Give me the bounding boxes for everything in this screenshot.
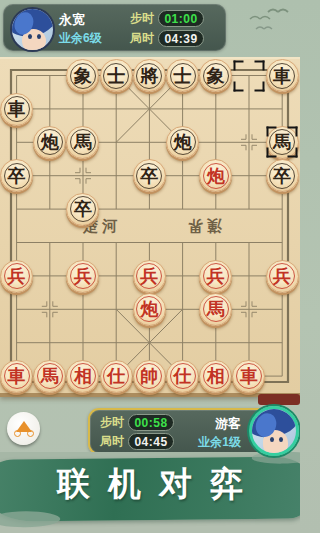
- black-piece[interactable]: 象: [199, 59, 232, 92]
- point-a9[interactable]: 車: [0, 92, 33, 125]
- point-b2[interactable]: [33, 326, 66, 359]
- top-player-panel: 永宽 业余6级 步时 01:00 局时 04:39: [3, 4, 226, 51]
- point-a4[interactable]: 兵: [0, 259, 33, 292]
- point-c2[interactable]: [66, 326, 99, 359]
- point-c5[interactable]: [66, 226, 99, 259]
- point-g7[interactable]: 炮: [199, 159, 232, 192]
- point-h7[interactable]: [232, 159, 265, 192]
- point-g9[interactable]: [199, 92, 232, 125]
- point-h1[interactable]: 車: [232, 360, 265, 393]
- point-b4[interactable]: [33, 259, 66, 292]
- point-d9[interactable]: [100, 92, 133, 125]
- red-piece[interactable]: 兵: [199, 260, 232, 293]
- black-piece[interactable]: 象: [66, 59, 99, 92]
- red-piece[interactable]: 兵: [133, 260, 166, 293]
- red-piece[interactable]: 車: [232, 360, 265, 393]
- black-piece[interactable]: 炮: [33, 126, 66, 159]
- point-c8[interactable]: 馬: [66, 126, 99, 159]
- red-piece[interactable]: 兵: [266, 260, 299, 293]
- point-f6[interactable]: [166, 193, 199, 226]
- xiangqi-board: 楚河漢界 象士將士象車車炮馬炮馬卒卒炮卒卒兵兵兵兵兵炮馬車馬相仕帥仕相車: [0, 57, 300, 393]
- point-h9[interactable]: [232, 92, 265, 125]
- red-piece[interactable]: 馬: [199, 293, 232, 326]
- top-game-time-label: 局时: [130, 30, 154, 47]
- point-h10[interactable]: [232, 59, 265, 92]
- point-c6[interactable]: 卒: [66, 193, 99, 226]
- avatar-eye: [279, 437, 283, 442]
- point-c9[interactable]: [66, 92, 99, 125]
- bottom-player-rank: 业余1级: [198, 434, 241, 451]
- point-f9[interactable]: [166, 92, 199, 125]
- point-b7[interactable]: [33, 159, 66, 192]
- red-piece[interactable]: 仕: [166, 360, 199, 393]
- avatar-eye: [270, 437, 274, 442]
- point-h3[interactable]: [232, 293, 265, 326]
- point-c1[interactable]: 相: [66, 360, 99, 393]
- black-piece[interactable]: 車: [266, 59, 299, 92]
- point-d3[interactable]: [100, 293, 133, 326]
- point-a10[interactable]: [0, 59, 33, 92]
- point-h8[interactable]: [232, 126, 265, 159]
- point-g4[interactable]: 兵: [199, 259, 232, 292]
- red-piece[interactable]: 兵: [0, 260, 33, 293]
- point-c7[interactable]: [66, 159, 99, 192]
- point-b5[interactable]: [33, 226, 66, 259]
- black-piece[interactable]: 馬: [266, 126, 299, 159]
- point-d1[interactable]: 仕: [100, 360, 133, 393]
- point-f5[interactable]: [166, 226, 199, 259]
- bottom-player-name: 游客: [215, 415, 241, 433]
- bottom-game-time: 04:45: [128, 433, 174, 450]
- point-e9[interactable]: [133, 92, 166, 125]
- point-g3[interactable]: 馬: [199, 293, 232, 326]
- point-g1[interactable]: 相: [199, 360, 232, 393]
- black-piece[interactable]: 卒: [0, 159, 33, 192]
- birds-icon: [222, 4, 296, 36]
- point-i2[interactable]: [266, 326, 299, 359]
- point-d10[interactable]: 士: [100, 59, 133, 92]
- top-game-time: 04:39: [158, 30, 204, 47]
- point-e10[interactable]: 將: [133, 59, 166, 92]
- point-i7[interactable]: 卒: [266, 159, 299, 192]
- point-e2[interactable]: [133, 326, 166, 359]
- red-piece[interactable]: 兵: [66, 260, 99, 293]
- point-i5[interactable]: [266, 226, 299, 259]
- top-player-rank: 业余6级: [59, 30, 102, 47]
- point-b1[interactable]: 馬: [33, 360, 66, 393]
- avatar-ribbon: [258, 394, 300, 405]
- point-e6[interactable]: [133, 193, 166, 226]
- point-a1[interactable]: 車: [0, 360, 33, 393]
- point-a6[interactable]: [0, 193, 33, 226]
- board-grid: 象士將士象車車炮馬炮馬卒卒炮卒卒兵兵兵兵兵炮馬車馬相仕帥仕相車: [0, 59, 300, 393]
- black-piece[interactable]: 將: [133, 59, 166, 92]
- point-d2[interactable]: [100, 326, 133, 359]
- bottom-move-time: 00:58: [128, 414, 174, 431]
- top-move-time: 01:00: [158, 10, 204, 27]
- point-e1[interactable]: 帥: [133, 360, 166, 393]
- banner-title: 联机对弈: [0, 462, 300, 507]
- point-d8[interactable]: [100, 126, 133, 159]
- black-piece[interactable]: 士: [100, 59, 133, 92]
- black-piece[interactable]: 士: [166, 59, 199, 92]
- point-f10[interactable]: 士: [166, 59, 199, 92]
- bottom-move-time-label: 步时: [100, 414, 124, 431]
- menu-button[interactable]: [7, 412, 40, 445]
- point-i1[interactable]: [266, 360, 299, 393]
- point-i10[interactable]: 車: [266, 59, 299, 92]
- point-g6[interactable]: [199, 193, 232, 226]
- point-c10[interactable]: 象: [66, 59, 99, 92]
- point-d4[interactable]: [100, 259, 133, 292]
- move-from-marker: [233, 60, 264, 91]
- point-f8[interactable]: 炮: [166, 126, 199, 159]
- point-f4[interactable]: [166, 259, 199, 292]
- point-f7[interactable]: [166, 159, 199, 192]
- point-b9[interactable]: [33, 92, 66, 125]
- point-c3[interactable]: [66, 293, 99, 326]
- point-a3[interactable]: [0, 293, 33, 326]
- point-g10[interactable]: 象: [199, 59, 232, 92]
- point-e7[interactable]: 卒: [133, 159, 166, 192]
- red-piece[interactable]: 車: [0, 360, 33, 393]
- red-piece[interactable]: 炮: [133, 293, 166, 326]
- bottom-player-panel: 步时 00:58 局时 04:45 游客 业余1级: [88, 408, 269, 455]
- point-h4[interactable]: [232, 259, 265, 292]
- red-piece[interactable]: 炮: [199, 159, 232, 192]
- point-a7[interactable]: 卒: [0, 159, 33, 192]
- red-piece[interactable]: 馬: [33, 360, 66, 393]
- black-piece[interactable]: 卒: [66, 193, 99, 226]
- point-i3[interactable]: [266, 293, 299, 326]
- point-i8[interactable]: 馬: [266, 126, 299, 159]
- point-e5[interactable]: [133, 226, 166, 259]
- point-i6[interactable]: [266, 193, 299, 226]
- point-e3[interactable]: 炮: [133, 293, 166, 326]
- black-piece[interactable]: 炮: [166, 126, 199, 159]
- point-h6[interactable]: [232, 193, 265, 226]
- black-piece[interactable]: 車: [0, 93, 33, 126]
- black-piece[interactable]: 卒: [266, 159, 299, 192]
- point-g5[interactable]: [199, 226, 232, 259]
- mountain-icon: [14, 421, 34, 437]
- point-b8[interactable]: 炮: [33, 126, 66, 159]
- point-g2[interactable]: [199, 326, 232, 359]
- point-b6[interactable]: [33, 193, 66, 226]
- point-i9[interactable]: [266, 92, 299, 125]
- bottom-game-time-label: 局时: [100, 433, 124, 450]
- point-h5[interactable]: [232, 226, 265, 259]
- top-move-time-label: 步时: [130, 10, 154, 27]
- point-f2[interactable]: [166, 326, 199, 359]
- point-e4[interactable]: 兵: [133, 259, 166, 292]
- point-a2[interactable]: [0, 326, 33, 359]
- red-piece[interactable]: 帥: [133, 360, 166, 393]
- top-player-avatar[interactable]: [10, 7, 55, 52]
- red-piece[interactable]: 仕: [100, 360, 133, 393]
- point-i4[interactable]: 兵: [266, 259, 299, 292]
- point-h2[interactable]: [232, 326, 265, 359]
- red-piece[interactable]: 相: [66, 360, 99, 393]
- red-piece[interactable]: 相: [199, 360, 232, 393]
- point-c4[interactable]: 兵: [66, 259, 99, 292]
- point-f1[interactable]: 仕: [166, 360, 199, 393]
- point-e8[interactable]: [133, 126, 166, 159]
- black-piece[interactable]: 馬: [66, 126, 99, 159]
- point-b3[interactable]: [33, 293, 66, 326]
- point-g8[interactable]: [199, 126, 232, 159]
- point-d7[interactable]: [100, 159, 133, 192]
- point-b10[interactable]: [33, 59, 66, 92]
- point-f3[interactable]: [166, 293, 199, 326]
- point-a8[interactable]: [0, 126, 33, 159]
- black-piece[interactable]: 卒: [133, 159, 166, 192]
- point-d5[interactable]: [100, 226, 133, 259]
- bottom-player-avatar[interactable]: [249, 406, 299, 456]
- top-player-name: 永宽: [59, 11, 85, 29]
- point-d6[interactable]: [100, 193, 133, 226]
- point-a5[interactable]: [0, 226, 33, 259]
